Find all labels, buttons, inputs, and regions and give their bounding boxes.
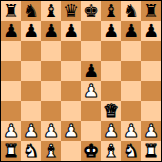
piece-black-king[interactable]: ♚ [83, 1, 99, 21]
piece-black-bishop[interactable]: ♝ [103, 1, 119, 21]
square-a1[interactable]: ♜ [1, 141, 21, 161]
piece-white-king[interactable]: ♚ [83, 141, 99, 161]
square-b3[interactable] [21, 101, 41, 121]
square-b7[interactable]: ♟ [21, 21, 41, 41]
chess-board: ♜♞♝♛♚♝♞♜♟♟♟♟♟♟♟♟♟♛♟♟♟♟♟♟♟♜♞♝♚♝♞♜ [0, 0, 162, 162]
square-f3[interactable]: ♛ [101, 101, 121, 121]
piece-black-pawn[interactable]: ♟ [23, 21, 39, 41]
square-a8[interactable]: ♜ [1, 1, 21, 21]
square-d6[interactable] [61, 41, 81, 61]
piece-black-pawn[interactable]: ♟ [123, 21, 139, 41]
square-h6[interactable] [141, 41, 161, 61]
piece-black-rook[interactable]: ♜ [3, 1, 19, 21]
square-h2[interactable]: ♟ [141, 121, 161, 141]
square-e8[interactable]: ♚ [81, 1, 101, 21]
square-d3[interactable] [61, 101, 81, 121]
square-g3[interactable] [121, 101, 141, 121]
square-c8[interactable]: ♝ [41, 1, 61, 21]
square-d7[interactable]: ♟ [61, 21, 81, 41]
square-f4[interactable] [101, 81, 121, 101]
square-c3[interactable] [41, 101, 61, 121]
piece-white-pawn[interactable]: ♟ [23, 121, 39, 141]
piece-black-bishop[interactable]: ♝ [43, 1, 59, 21]
square-e5[interactable]: ♟ [81, 61, 101, 81]
square-d2[interactable]: ♟ [61, 121, 81, 141]
square-c5[interactable] [41, 61, 61, 81]
piece-black-knight[interactable]: ♞ [123, 1, 139, 21]
piece-white-pawn[interactable]: ♟ [43, 121, 59, 141]
square-g8[interactable]: ♞ [121, 1, 141, 21]
piece-white-pawn[interactable]: ♟ [83, 81, 99, 101]
square-f8[interactable]: ♝ [101, 1, 121, 21]
square-c2[interactable]: ♟ [41, 121, 61, 141]
square-c6[interactable] [41, 41, 61, 61]
square-a5[interactable] [1, 61, 21, 81]
square-g7[interactable]: ♟ [121, 21, 141, 41]
piece-white-queen[interactable]: ♛ [103, 101, 119, 121]
square-g6[interactable] [121, 41, 141, 61]
square-h8[interactable]: ♜ [141, 1, 161, 21]
piece-black-pawn[interactable]: ♟ [83, 61, 99, 81]
square-f5[interactable] [101, 61, 121, 81]
square-e7[interactable] [81, 21, 101, 41]
square-g5[interactable] [121, 61, 141, 81]
piece-white-knight[interactable]: ♞ [23, 141, 39, 161]
piece-white-bishop[interactable]: ♝ [103, 141, 119, 161]
square-c1[interactable]: ♝ [41, 141, 61, 161]
square-a7[interactable]: ♟ [1, 21, 21, 41]
square-h5[interactable] [141, 61, 161, 81]
piece-white-rook[interactable]: ♜ [143, 141, 159, 161]
square-f2[interactable]: ♟ [101, 121, 121, 141]
piece-black-pawn[interactable]: ♟ [143, 21, 159, 41]
square-h1[interactable]: ♜ [141, 141, 161, 161]
square-h7[interactable]: ♟ [141, 21, 161, 41]
chess-board-container: ♜♞♝♛♚♝♞♜♟♟♟♟♟♟♟♟♟♛♟♟♟♟♟♟♟♜♞♝♚♝♞♜ [0, 0, 162, 162]
square-h4[interactable] [141, 81, 161, 101]
piece-black-pawn[interactable]: ♟ [3, 21, 19, 41]
square-e2[interactable] [81, 121, 101, 141]
square-g4[interactable] [121, 81, 141, 101]
square-g1[interactable]: ♞ [121, 141, 141, 161]
piece-white-pawn[interactable]: ♟ [123, 121, 139, 141]
piece-black-rook[interactable]: ♜ [143, 1, 159, 21]
piece-white-knight[interactable]: ♞ [123, 141, 139, 161]
square-b2[interactable]: ♟ [21, 121, 41, 141]
piece-black-pawn[interactable]: ♟ [63, 21, 79, 41]
square-e3[interactable] [81, 101, 101, 121]
piece-white-pawn[interactable]: ♟ [143, 121, 159, 141]
square-e6[interactable] [81, 41, 101, 61]
square-e1[interactable]: ♚ [81, 141, 101, 161]
square-c7[interactable]: ♟ [41, 21, 61, 41]
square-d4[interactable] [61, 81, 81, 101]
piece-black-pawn[interactable]: ♟ [103, 21, 119, 41]
square-f1[interactable]: ♝ [101, 141, 121, 161]
square-d8[interactable]: ♛ [61, 1, 81, 21]
square-f6[interactable] [101, 41, 121, 61]
square-b6[interactable] [21, 41, 41, 61]
piece-white-bishop[interactable]: ♝ [43, 141, 59, 161]
square-b4[interactable] [21, 81, 41, 101]
piece-black-queen[interactable]: ♛ [63, 1, 79, 21]
square-e4[interactable]: ♟ [81, 81, 101, 101]
piece-black-pawn[interactable]: ♟ [43, 21, 59, 41]
square-h3[interactable] [141, 101, 161, 121]
piece-white-pawn[interactable]: ♟ [63, 121, 79, 141]
square-d1[interactable] [61, 141, 81, 161]
square-d5[interactable] [61, 61, 81, 81]
square-b5[interactable] [21, 61, 41, 81]
piece-black-knight[interactable]: ♞ [23, 1, 39, 21]
piece-white-rook[interactable]: ♜ [3, 141, 19, 161]
square-a6[interactable] [1, 41, 21, 61]
square-f7[interactable]: ♟ [101, 21, 121, 41]
square-b8[interactable]: ♞ [21, 1, 41, 21]
square-a4[interactable] [1, 81, 21, 101]
piece-white-pawn[interactable]: ♟ [103, 121, 119, 141]
square-b1[interactable]: ♞ [21, 141, 41, 161]
square-c4[interactable] [41, 81, 61, 101]
square-a3[interactable] [1, 101, 21, 121]
square-a2[interactable]: ♟ [1, 121, 21, 141]
square-g2[interactable]: ♟ [121, 121, 141, 141]
piece-white-pawn[interactable]: ♟ [3, 121, 19, 141]
